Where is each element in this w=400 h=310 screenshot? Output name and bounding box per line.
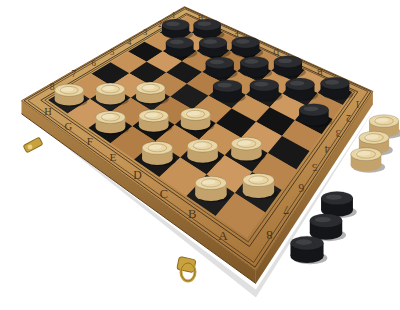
label-rank-5-left: 5 (110, 47, 114, 57)
piece-black-e1 (232, 36, 263, 57)
piece-white-b8 (195, 176, 230, 202)
label-rank-8-right: 8 (266, 228, 273, 243)
piece-black-e3 (206, 57, 238, 79)
checkers-board-photo: HHGGFFEEDDCCBBAA1122334455667788 (0, 0, 400, 310)
label-rank-3-right: 3 (336, 128, 341, 139)
label-rank-7-right: 7 (283, 203, 289, 217)
piece-black-c1 (274, 56, 306, 78)
piece-black-c3 (250, 79, 283, 102)
label-rank-6-left: 6 (92, 58, 97, 68)
label-file-f-near: F (87, 135, 93, 147)
piece-black-b2 (286, 78, 319, 101)
label-rank-4-right: 4 (324, 144, 330, 155)
spare-piece-black-3 (290, 236, 327, 264)
piece-white-f6 (136, 82, 169, 105)
piece-white-e7 (139, 109, 172, 133)
label-file-h-near: H (44, 106, 52, 117)
piece-black-a1 (321, 77, 354, 100)
label-rank-2-right: 2 (346, 113, 351, 124)
piece-black-f2 (199, 37, 230, 58)
piece-black-d4 (213, 80, 246, 103)
piece-white-b6 (231, 137, 265, 162)
label-rank-6-right: 6 (298, 181, 304, 194)
label-file-b-near: B (188, 207, 196, 221)
piece-white-g7 (96, 83, 129, 106)
board-photo: { "game": "checkers", "board": { "files"… (0, 0, 400, 310)
piece-white-h8 (55, 84, 88, 107)
label-rank-3-left: 3 (143, 28, 147, 37)
label-file-e-near: E (109, 151, 116, 163)
piece-white-c7 (187, 139, 221, 164)
label-rank-5-right: 5 (312, 162, 318, 174)
piece-white-d8 (142, 141, 176, 166)
label-file-b-far: B (317, 67, 323, 77)
piece-black-a3 (299, 104, 332, 128)
label-file-c-near: C (160, 187, 168, 201)
label-file-a-near: A (218, 228, 228, 243)
piece-white-d6 (181, 108, 214, 132)
piece-black-d2 (240, 56, 272, 78)
label-rank-1-right: 1 (355, 99, 360, 109)
label-rank-2-left: 2 (158, 20, 162, 29)
label-rank-8-left: 8 (50, 81, 55, 92)
label-file-g-near: G (64, 120, 72, 132)
brass-hinge (23, 137, 43, 153)
piece-white-f8 (96, 111, 129, 135)
piece-black-g3 (166, 37, 197, 58)
label-rank-7-left: 7 (71, 69, 76, 79)
label-file-d-near: D (133, 168, 142, 182)
piece-white-a7 (243, 173, 278, 199)
spare-piece-white-3 (351, 148, 385, 173)
label-file-d-far: D (273, 47, 279, 56)
brass-clasp (177, 256, 196, 281)
